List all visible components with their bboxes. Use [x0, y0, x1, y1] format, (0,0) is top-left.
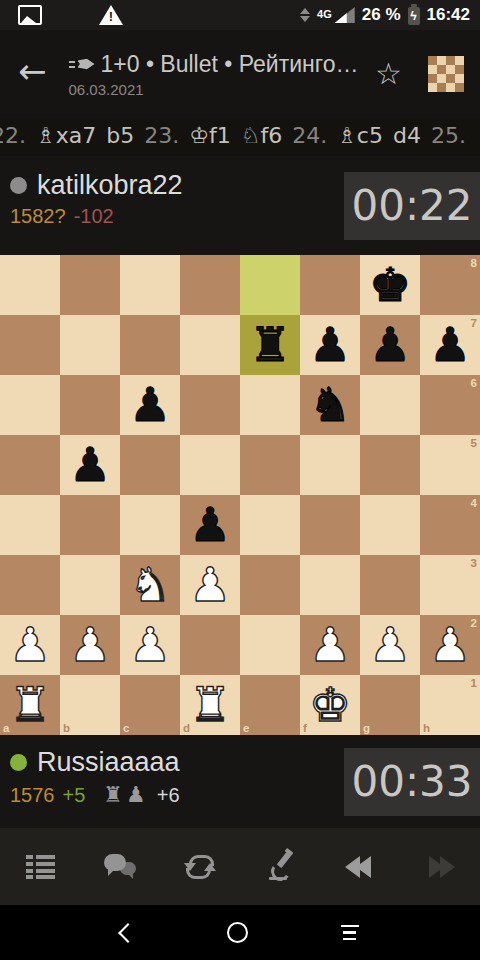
square-g4[interactable]	[360, 495, 420, 555]
move-number: 23.	[144, 118, 179, 154]
android-home-button[interactable]	[221, 921, 254, 944]
square-g2[interactable]: ♟	[360, 615, 420, 675]
player-rating-diff: -102	[74, 205, 114, 228]
move-token[interactable]: ♔f1	[189, 118, 230, 154]
material-advantage: +6	[157, 784, 180, 807]
square-f7[interactable]: ♟	[300, 315, 360, 375]
square-c4[interactable]	[120, 495, 180, 555]
white-pawn-g2: ♟	[360, 615, 420, 674]
chat-button[interactable]	[80, 828, 160, 905]
board-thumbnail-button[interactable]	[428, 56, 464, 92]
square-b7[interactable]	[60, 315, 120, 375]
battery-charging-icon: ϟ	[408, 7, 420, 25]
signal-icon	[335, 7, 355, 23]
white-pawn-a2: ♟	[0, 615, 60, 674]
white-pawn-c2: ♟	[120, 615, 180, 674]
player-rating: 1576	[10, 784, 55, 807]
square-g1[interactable]: g	[360, 675, 420, 735]
back-chevron-icon	[118, 923, 138, 943]
square-f2[interactable]: ♟	[300, 615, 360, 675]
square-f6[interactable]: ♞	[300, 375, 360, 435]
black-knight-f6: ♞	[300, 375, 360, 434]
square-e2[interactable]	[240, 615, 300, 675]
square-d1[interactable]: d♜	[180, 675, 240, 735]
list-icon	[26, 855, 55, 879]
captured-piece: ♜	[103, 782, 126, 807]
status-bar-right: 4G 26 % ϟ 16:42	[300, 5, 472, 25]
black-rook-e7: ♜	[240, 315, 300, 374]
clock-time-label: 16:42	[427, 5, 470, 25]
square-g5[interactable]	[360, 435, 420, 495]
player-status-dot	[10, 754, 27, 771]
player-clock: 00:22	[344, 172, 480, 240]
android-back-button[interactable]	[115, 925, 141, 941]
title-block: 1+0 • Bullet • Рейтинго… 06.03.2021	[69, 51, 359, 98]
square-g3[interactable]	[360, 555, 420, 615]
android-nav-bar	[0, 905, 480, 960]
player-status-dot	[10, 177, 27, 194]
android-menu-button[interactable]	[335, 924, 365, 942]
fast-forward-button[interactable]	[400, 828, 480, 905]
warning-exclamation: !	[98, 9, 124, 24]
square-c7[interactable]	[120, 315, 180, 375]
player-bar-top: katilkobra22 1582? -102 00:22	[0, 156, 480, 255]
square-d8[interactable]	[180, 255, 240, 315]
square-b1[interactable]: b	[60, 675, 120, 735]
square-c5[interactable]	[120, 435, 180, 495]
square-h8[interactable]: 8	[420, 255, 480, 315]
square-b4[interactable]	[60, 495, 120, 555]
bullet-icon	[69, 58, 95, 71]
chess-board[interactable]: ♚8♜♟♟7♟♟♞6♟5♟4♞♟3♟♟♟♟♟2♟a♜bcd♜ef♚g1h	[0, 255, 480, 735]
rank-label-6: 6	[471, 377, 477, 389]
black-pawn-g7: ♟	[360, 315, 420, 374]
square-f4[interactable]	[300, 495, 360, 555]
rank-label-8: 8	[471, 257, 477, 269]
chat-icon	[104, 854, 136, 880]
square-c8[interactable]	[120, 255, 180, 315]
rank-label-7: 7	[471, 317, 477, 329]
move-token[interactable]: ♘f6	[241, 118, 282, 154]
file-label-g: g	[363, 722, 370, 734]
file-label-a: a	[3, 722, 9, 734]
square-a2[interactable]: ♟	[0, 615, 60, 675]
black-king-g8: ♚	[360, 255, 420, 314]
file-label-d: d	[183, 722, 190, 734]
square-b6[interactable]	[60, 375, 120, 435]
network-type-label: 4G	[317, 8, 332, 20]
square-h4[interactable]: 4	[420, 495, 480, 555]
square-d6[interactable]	[180, 375, 240, 435]
square-h6[interactable]: 6	[420, 375, 480, 435]
square-a1[interactable]: a♜	[0, 675, 60, 735]
square-e4[interactable]	[240, 495, 300, 555]
rank-label-5: 5	[471, 437, 477, 449]
rewind-icon	[349, 856, 371, 878]
square-f5[interactable]	[300, 435, 360, 495]
player-clock: 00:33	[344, 748, 480, 816]
square-h1[interactable]: 1h	[420, 675, 480, 735]
toolbar	[0, 828, 480, 905]
square-c6[interactable]: ♟	[120, 375, 180, 435]
file-label-f: f	[303, 722, 307, 734]
player-rating-diff: +5	[63, 784, 86, 807]
square-a6[interactable]	[0, 375, 60, 435]
captured-pieces: ♜♟	[103, 782, 148, 807]
square-g8[interactable]: ♚	[360, 255, 420, 315]
white-pawn-b2: ♟	[60, 615, 120, 674]
square-b5[interactable]: ♟	[60, 435, 120, 495]
file-label-h: h	[423, 722, 430, 734]
square-d7[interactable]	[180, 315, 240, 375]
square-b8[interactable]	[60, 255, 120, 315]
move-token[interactable]: ♗xa7	[36, 118, 96, 154]
square-c3[interactable]: ♞	[120, 555, 180, 615]
rank-label-3: 3	[471, 557, 477, 569]
square-h3[interactable]: 3	[420, 555, 480, 615]
square-f8[interactable]	[300, 255, 360, 315]
move-token[interactable]: ♗c5	[337, 118, 383, 154]
square-a3[interactable]	[0, 555, 60, 615]
player-name[interactable]: Russiaaaaa	[37, 747, 180, 778]
app-header: ← 1+0 • Bullet • Рейтинго… 06.03.2021 ☆	[0, 30, 480, 118]
fast-forward-icon	[429, 856, 451, 878]
move-number: 25.	[431, 118, 466, 154]
rank-label-4: 4	[471, 497, 477, 509]
square-a5[interactable]	[0, 435, 60, 495]
square-d4[interactable]: ♟	[180, 495, 240, 555]
file-label-c: c	[123, 722, 129, 734]
game-date: 06.03.2021	[69, 81, 359, 98]
screenshot-icon	[18, 5, 42, 25]
player-rating: 1582?	[10, 205, 66, 228]
square-a8[interactable]	[0, 255, 60, 315]
flip-icon	[186, 855, 214, 879]
player-name[interactable]: katilkobra22	[37, 170, 183, 201]
move-list[interactable]: 22.♗xa7b523.♔f1♘f624.♗c5d425.♗xe7♖xe7	[0, 118, 480, 156]
move-list-button[interactable]	[0, 828, 80, 905]
battery-percent-label: 26 %	[362, 5, 401, 25]
rewind-button[interactable]	[320, 828, 400, 905]
move-number: 24.	[292, 118, 327, 154]
captured-piece: ♟	[126, 782, 149, 807]
square-f3[interactable]	[300, 555, 360, 615]
square-e5[interactable]	[240, 435, 300, 495]
square-c2[interactable]: ♟	[120, 615, 180, 675]
white-knight-c3: ♞	[120, 555, 180, 614]
square-e3[interactable]	[240, 555, 300, 615]
warning-icon: !	[98, 5, 124, 25]
square-h7[interactable]: 7♟	[420, 315, 480, 375]
square-f1[interactable]: f♚	[300, 675, 360, 735]
star-button[interactable]: ☆	[369, 58, 408, 90]
square-e8[interactable]	[240, 255, 300, 315]
microscope-icon	[266, 853, 294, 880]
square-h2[interactable]: 2♟	[420, 615, 480, 675]
status-bar: ! 4G 26 % ϟ 16:42	[0, 0, 480, 30]
square-g6[interactable]	[360, 375, 420, 435]
square-d2[interactable]	[180, 615, 240, 675]
player-bar-bottom: Russiaaaaa 1576 +5 ♜♟ +6 00:33	[0, 735, 480, 828]
menu-lines-icon	[341, 925, 359, 941]
black-pawn-c6: ♟	[120, 375, 180, 434]
square-h5[interactable]: 5	[420, 435, 480, 495]
white-king-f1: ♚	[300, 675, 360, 734]
rank-label-1: 1	[471, 677, 477, 689]
square-d5[interactable]	[180, 435, 240, 495]
move-token[interactable]: b5	[106, 118, 134, 154]
square-b2[interactable]: ♟	[60, 615, 120, 675]
square-e6[interactable]	[240, 375, 300, 435]
file-label-e: e	[243, 722, 249, 734]
rank-label-2: 2	[471, 617, 477, 629]
square-g7[interactable]: ♟	[360, 315, 420, 375]
square-a7[interactable]	[0, 315, 60, 375]
move-token[interactable]: d4	[393, 118, 421, 154]
analysis-button[interactable]	[240, 828, 320, 905]
square-e1[interactable]: e	[240, 675, 300, 735]
black-pawn-b5: ♟	[60, 435, 120, 494]
black-pawn-f7: ♟	[300, 315, 360, 374]
game-title: 1+0 • Bullet • Рейтинго…	[101, 51, 359, 78]
square-a4[interactable]	[0, 495, 60, 555]
square-e7[interactable]: ♜	[240, 315, 300, 375]
app-screen: ! 4G 26 % ϟ 16:42 ← 1+0 • Bullet • Рейти…	[0, 0, 480, 960]
white-pawn-f2: ♟	[300, 615, 360, 674]
back-button[interactable]: ←	[0, 54, 47, 94]
square-c1[interactable]: c	[120, 675, 180, 735]
flip-board-button[interactable]	[160, 828, 240, 905]
file-label-b: b	[63, 722, 70, 734]
move-number: 22.	[0, 118, 26, 154]
home-circle-icon	[227, 922, 248, 943]
white-pawn-d3: ♟	[180, 555, 240, 614]
move-token[interactable]: ♗xe7	[476, 118, 480, 154]
black-pawn-d4: ♟	[180, 495, 240, 554]
square-b3[interactable]	[60, 555, 120, 615]
square-d3[interactable]: ♟	[180, 555, 240, 615]
data-transfer-icon	[300, 8, 310, 22]
